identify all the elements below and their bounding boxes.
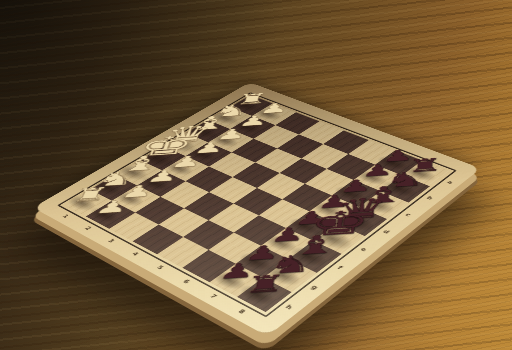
file-label: b xyxy=(425,196,434,201)
file-label: a xyxy=(445,180,454,185)
file-label: f xyxy=(335,265,343,271)
file-label: g xyxy=(310,284,320,291)
rank-label: 7 xyxy=(208,293,218,300)
table-surface: 12345678abcdefgh ♜♟♞♟♝♟♛♟♚♟♝♟♟♞♜♟♟♜♞♟♟♝♟… xyxy=(0,0,512,350)
file-label: c xyxy=(404,212,413,217)
chess-board: 12345678abcdefgh ♜♟♞♟♝♟♛♟♚♟♝♟♟♞♜♟♟♜♞♟♟♝♟… xyxy=(33,82,481,336)
rank-label: 5 xyxy=(155,264,165,270)
file-label: h xyxy=(284,304,294,311)
rank-label: 2 xyxy=(83,225,93,231)
file-label: e xyxy=(358,247,368,253)
scene-3d: 12345678abcdefgh ♜♟♞♟♝♟♛♟♚♟♝♟♟♞♜♟♟♜♞♟♟♝♟… xyxy=(0,0,512,350)
rank-label: 8 xyxy=(237,308,247,315)
rank-label: 4 xyxy=(131,251,141,257)
file-label: d xyxy=(381,229,391,235)
rank-label: 3 xyxy=(106,238,116,244)
rank-label: 1 xyxy=(61,213,70,218)
rank-label: 6 xyxy=(181,278,191,285)
